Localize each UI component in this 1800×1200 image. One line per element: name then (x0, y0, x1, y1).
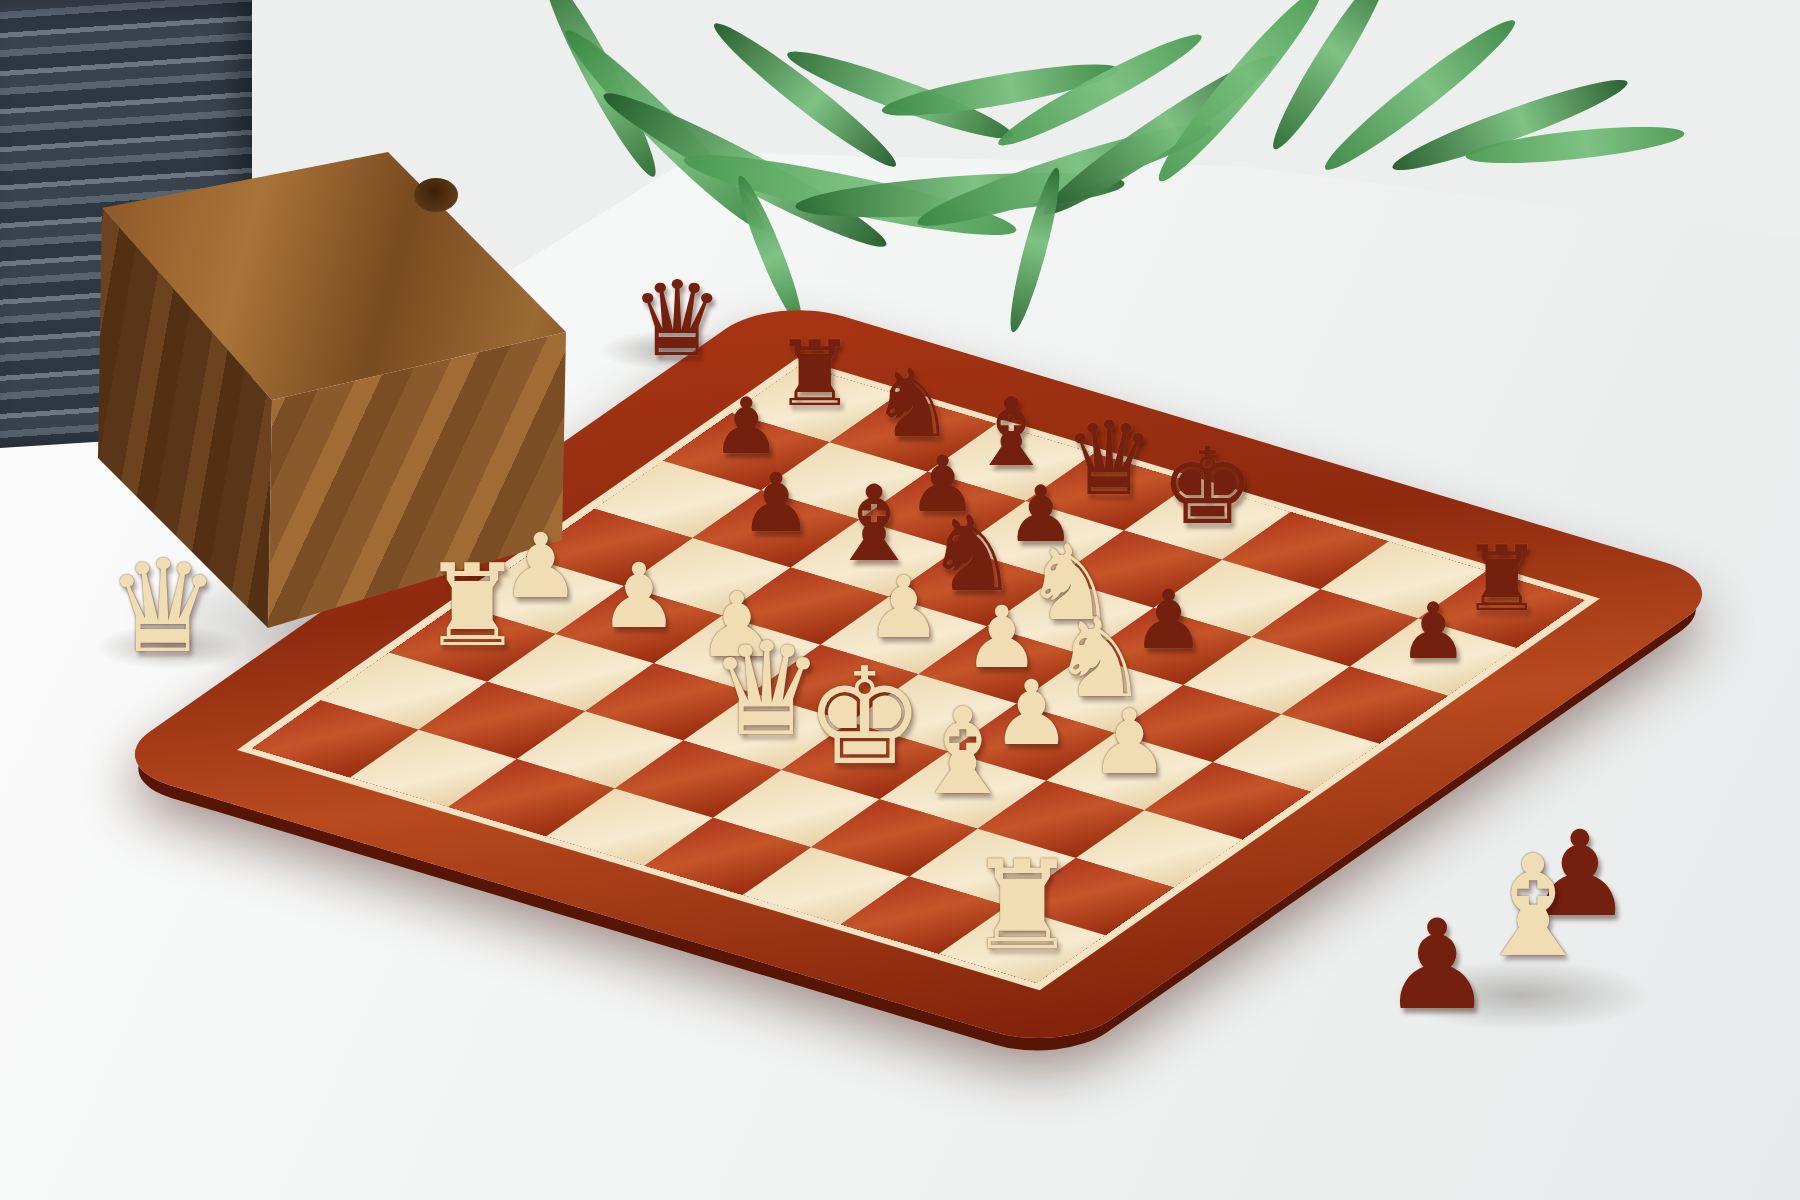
captured-red-pawn-1[interactable]: ♟ (1381, 903, 1492, 1027)
red-r-h8[interactable]: ♜ (1461, 536, 1541, 626)
spare-red-queen[interactable]: ♛ (630, 267, 723, 371)
white-p-b4[interactable]: ♟ (599, 551, 679, 640)
white-b-f3[interactable]: ♝ (909, 692, 1016, 812)
scene: ♜♞♝♛♚♜♟♟♟♟♟♝♞♞♟♟♟♞♟♟♟♟♟♜♛♚♝♜ ♛♛♟♝♟ (0, 0, 1800, 1200)
white-r-h1[interactable]: ♜ (967, 844, 1077, 967)
red-p-b6[interactable]: ♟ (739, 462, 812, 544)
white-p-g4[interactable]: ♟ (1090, 698, 1170, 787)
white-k-e3[interactable]: ♚ (805, 651, 925, 785)
spare-white-queen[interactable]: ♛ (106, 543, 221, 671)
red-r-a8[interactable]: ♜ (775, 330, 855, 420)
red-q-d8[interactable]: ♛ (1063, 408, 1154, 510)
red-n-b8[interactable]: ♞ (871, 356, 956, 451)
white-r-a3[interactable]: ♜ (421, 550, 523, 664)
red-p-h7[interactable]: ♟ (1398, 594, 1468, 672)
red-b-c8[interactable]: ♝ (969, 385, 1054, 480)
red-p-a7[interactable]: ♟ (712, 388, 782, 466)
box-lid-thumb-notch (414, 178, 458, 212)
red-k-e8[interactable]: ♚ (1160, 434, 1255, 540)
